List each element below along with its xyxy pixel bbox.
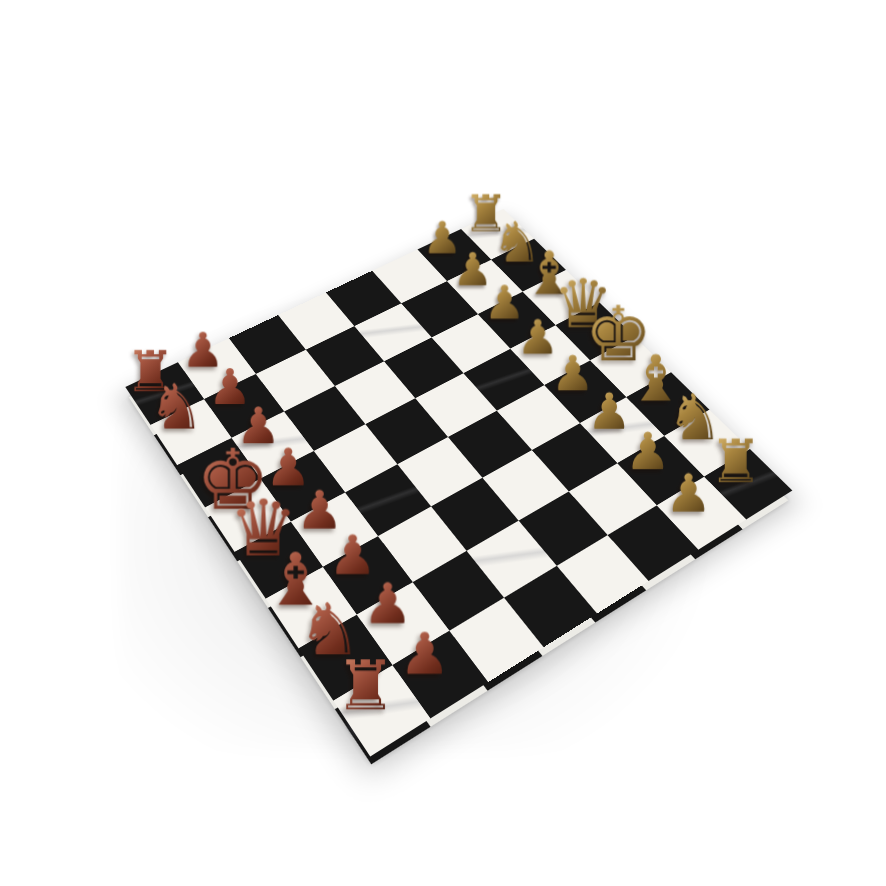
piece-copper-pawn-h2: ♟ [399, 625, 451, 683]
piece-copper-rook-h1: ♜ [335, 651, 396, 719]
piece-brass-pawn-h7: ♟ [665, 468, 712, 521]
piece-copper-knight-b1: ♞ [149, 375, 206, 438]
square-d4 [365, 398, 448, 464]
piece-brass-rook-h8: ♜ [709, 431, 763, 491]
